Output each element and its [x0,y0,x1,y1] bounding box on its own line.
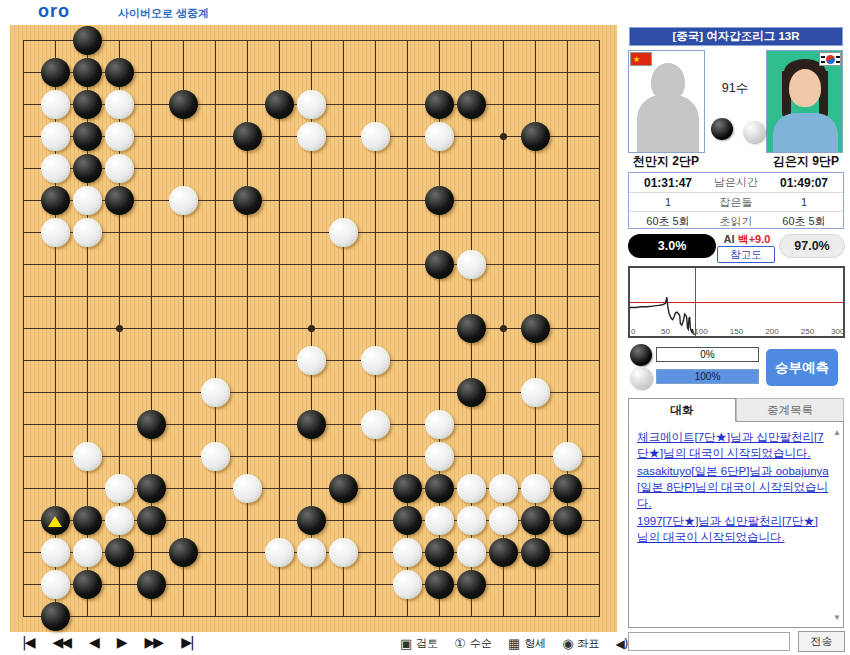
white-stone [425,122,454,151]
white-stone [201,442,230,471]
black-stone [73,58,102,87]
white-stone [105,474,134,503]
black-stone [425,570,454,599]
black-stone [457,90,486,119]
black-stone [425,186,454,215]
ai-score-value: 백+9.0 [738,233,771,245]
ai-label: AI [724,233,735,245]
white-stone [521,474,550,503]
territory-icon: ▦ [508,636,520,651]
black-stone [105,58,134,87]
black-stone [521,314,550,343]
top-bar: oro 사이버오로 생중계 [0,0,850,24]
black-winrate-pill: 3.0% [628,234,716,258]
current-move-line [695,268,696,336]
black-stone [457,570,486,599]
black-stone [137,410,166,439]
black-stone [425,538,454,567]
white-winrate-pill: 97.0% [779,234,845,258]
black-stone [297,506,326,535]
first-move-button[interactable]: |◀ [20,634,35,650]
remaining-time-label: 남은시간 [707,175,765,190]
white-remaining-time: 01:49:07 [765,176,843,190]
white-stone [73,442,102,471]
black-stone [521,538,550,567]
white-stone [41,538,70,567]
white-stone [489,474,518,503]
territory-button[interactable]: ▦ 형세 [508,636,546,651]
white-stone [297,122,326,151]
white-stone [361,346,390,375]
black-stone [137,570,166,599]
white-stone [41,90,70,119]
ai-score-line: AI 백+9.0 [712,232,782,247]
black-stone [41,506,70,535]
white-stone [297,538,326,567]
fast-forward-button[interactable]: ▶▶ [143,634,165,650]
black-stone [41,58,70,87]
black-player-name: 천만지 2단P [611,153,721,170]
clock-table: 01:31:47 남은시간 01:49:07 1 잡은돌 1 60초 5회 초읽… [628,172,844,229]
white-stone [73,218,102,247]
move-counter: 91수 [705,80,765,97]
white-stone [265,538,294,567]
black-stone [329,474,358,503]
chat-messages: 체크메이트[7단★]님과 십만팔천리[7단★]님의 대국이 시작되었습니다. s… [628,421,844,628]
x-tick-label: 200 [765,327,778,336]
white-stone [393,570,422,599]
black-stone [457,378,486,407]
white-player-name: 김은지 9단P [751,153,850,170]
white-stone [329,538,358,567]
remaining-time-row: 01:31:47 남은시간 01:49:07 [629,173,843,192]
white-stone [489,506,518,535]
white-stone [425,506,454,535]
black-stone [425,474,454,503]
white-stone [73,186,102,215]
x-tick-label: 100 [694,327,707,336]
tab-broadcast-list[interactable]: 중계목록 [736,398,844,422]
playback-controls: |◀ ◀◀ ◀ ▶ ▶▶ ▶| [20,634,195,650]
black-stone [73,570,102,599]
white-stone [105,122,134,151]
black-captures: 1 [629,196,707,208]
taeguk-symbol [826,55,835,64]
x-tick-label: 50 [661,327,670,336]
silhouette-body [637,95,699,153]
service-title: 사이버오로 생중계 [118,6,209,21]
byoyomi-row: 60초 5회 초읽기 60초 5회 [629,211,843,230]
tab-chat[interactable]: 대화 [628,398,736,422]
black-stone [297,410,326,439]
white-stone [457,250,486,279]
black-stone [521,506,550,535]
stones-layer [7,24,615,632]
white-stone [457,474,486,503]
black-stone [105,538,134,567]
white-stone [521,378,550,407]
black-stone [137,506,166,535]
white-stone [329,218,358,247]
avatar-shirt [773,113,838,153]
black-stone [41,186,70,215]
black-stone [425,250,454,279]
black-prediction-bar: 0% [656,347,759,362]
white-stone [233,474,262,503]
black-stone [521,122,550,151]
chat-input[interactable] [628,632,790,651]
fast-backward-button[interactable]: ◀◀ [50,634,72,650]
step-forward-button[interactable]: ▶ [115,634,128,650]
go-board[interactable] [10,25,617,632]
white-stone [105,90,134,119]
byoyomi-label: 초읽기 [707,214,765,229]
white-stone [393,538,422,567]
last-move-marker [48,516,62,527]
white-stone [73,538,102,567]
china-flag-icon: ★ [630,52,652,66]
black-stone [73,90,102,119]
chat-message-link[interactable]: sasakituyo[일본 6단P]님과 oobajunya[일본 8단P]님의… [637,463,829,511]
board-tools: ▣ 검토 ① 수순 ▦ 형세 ◉ 좌표 ◀)) [400,636,631,651]
send-button[interactable]: 전송 [798,631,845,652]
captures-label: 잡은돌 [707,195,765,210]
white-stone-icon [630,367,652,389]
x-tick-label: 150 [730,327,743,336]
event-title: [중국] 여자갑조리그 13R [629,27,843,46]
chat-message-link[interactable]: 1997[7단★]님과 십만팔천리[7단★]님의 대국이 시작되었습니다. [637,513,829,545]
black-stone [393,506,422,535]
white-stone [105,154,134,183]
oro-logo[interactable]: oro [38,1,70,22]
white-stone [457,506,486,535]
black-stone [265,90,294,119]
white-stone [41,122,70,151]
black-stone [73,506,102,535]
black-stone [233,122,262,151]
white-stone [297,90,326,119]
black-stone [169,538,198,567]
white-captures: 1 [765,196,843,208]
white-stone [457,538,486,567]
x-tick-label: 300 [831,327,844,336]
winrate-graph: 050100150200250300 [628,266,845,338]
white-stone [105,506,134,535]
white-stone [361,410,390,439]
black-stone [169,90,198,119]
white-stone [425,442,454,471]
white-stone [41,570,70,599]
avatar-face [789,69,821,107]
white-stone [41,154,70,183]
black-stone [457,314,486,343]
white-stone [41,218,70,247]
black-stone-icon [630,344,652,366]
black-stone [105,186,134,215]
white-stone [169,186,198,215]
coordinates-icon: ◉ [562,636,573,651]
move-numbers-button[interactable]: ① 수순 [454,636,492,651]
captures-row: 1 잡은돌 1 [629,192,843,211]
black-stone [393,474,422,503]
review-icon: ▣ [400,636,412,651]
scroll-down-icon[interactable]: ▼ [833,613,841,622]
black-stone [489,538,518,567]
white-stone-icon [743,121,765,143]
white-stone [553,442,582,471]
white-byoyomi: 60초 5회 [765,214,843,229]
black-stone [425,90,454,119]
white-stone [425,410,454,439]
white-stone [201,378,230,407]
black-remaining-time: 01:31:47 [629,176,707,190]
app-window: oro 사이버오로 생중계 |◀ ◀◀ ◀ ▶ ▶▶ ▶| ▣ 검토 ① 수순 … [0,0,850,655]
coordinates-button[interactable]: ◉ 좌표 [562,636,599,651]
x-tick-label: 0 [631,327,635,336]
black-stone-icon [711,118,733,140]
black-stone [553,474,582,503]
white-stone [361,122,390,151]
reference-diagram-button[interactable]: 참고도 [717,246,775,263]
black-stone [73,26,102,55]
black-stone [73,154,102,183]
review-button[interactable]: ▣ 검토 [400,636,438,651]
black-stone [41,602,70,631]
white-prediction-bar: 100% [656,369,759,384]
x-tick-label: 250 [801,327,814,336]
white-stone [297,346,326,375]
chat-message-link[interactable]: 체크메이트[7단★]님과 십만팔천리[7단★]님의 대국이 시작되었습니다. [637,429,829,461]
winrate-curve [630,268,843,336]
black-stone [137,474,166,503]
prediction-button[interactable]: 승부예측 [766,349,838,386]
step-backward-button[interactable]: ◀ [87,634,100,650]
black-stone [73,122,102,151]
korea-flag-icon [819,52,841,66]
black-stone [553,506,582,535]
black-stone [233,186,262,215]
last-move-button[interactable]: ▶| [179,634,194,650]
black-byoyomi: 60초 5회 [629,214,707,229]
move-numbers-icon: ① [454,636,466,651]
scroll-up-icon[interactable]: ▲ [833,428,841,437]
